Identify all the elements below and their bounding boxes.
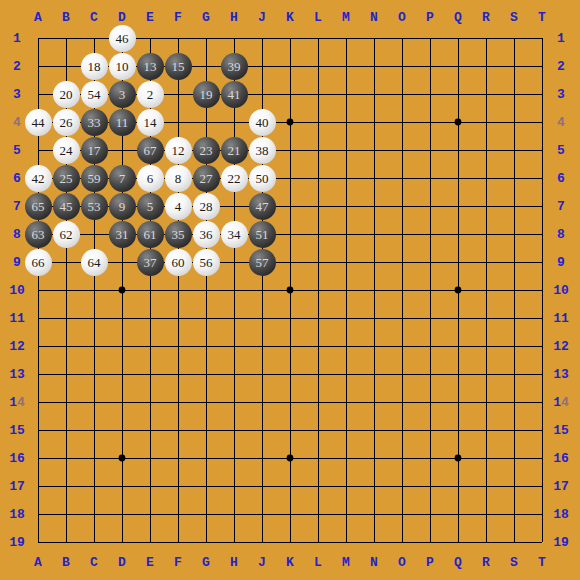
column-label-bottom-S: S <box>510 555 518 570</box>
coord-char: 1 <box>553 283 561 298</box>
stone-E6: 6 <box>137 165 164 192</box>
coord-char: K <box>286 555 294 570</box>
column-label-top-K: K <box>286 10 294 25</box>
coord-char: 3 <box>17 367 25 382</box>
column-label-top-G: G <box>202 10 210 25</box>
coord-char: 0 <box>561 283 569 298</box>
coord-char: L <box>314 555 322 570</box>
star-point <box>455 119 462 126</box>
column-label-top-Q: Q <box>454 10 462 25</box>
coord-char: 6 <box>561 451 569 466</box>
coord-char: 5 <box>13 143 21 158</box>
coord-char: F <box>174 10 182 25</box>
coord-char: 3 <box>13 87 21 102</box>
column-label-bottom-A: A <box>34 555 42 570</box>
column-label-top-B: B <box>62 10 70 25</box>
star-point <box>455 287 462 294</box>
stone-A7: 65 <box>25 193 52 220</box>
stone-C7: 53 <box>81 193 108 220</box>
coord-char: H <box>230 10 238 25</box>
row-label-right-11: 11 <box>553 311 569 326</box>
stone-E5: 67 <box>137 137 164 164</box>
coord-char: 1 <box>9 395 17 410</box>
row-label-left-4: 4 <box>13 115 21 130</box>
star-point <box>287 119 294 126</box>
coord-char: 7 <box>13 199 21 214</box>
stone-B8: 62 <box>53 221 80 248</box>
column-label-top-R: R <box>482 10 490 25</box>
column-label-top-L: L <box>314 10 322 25</box>
column-label-top-T: T <box>538 10 546 25</box>
column-label-top-C: C <box>90 10 98 25</box>
stone-G6: 27 <box>193 165 220 192</box>
coord-char: 9 <box>561 535 569 550</box>
coord-char: D <box>118 10 126 25</box>
row-label-right-2: 2 <box>557 59 565 74</box>
coord-char: 7 <box>557 199 565 214</box>
coord-char: O <box>398 555 406 570</box>
star-point <box>119 455 126 462</box>
stone-E3: 2 <box>137 81 164 108</box>
column-label-bottom-O: O <box>398 555 406 570</box>
stone-E9: 37 <box>137 249 164 276</box>
row-label-left-2: 2 <box>13 59 21 74</box>
row-label-right-14: 14 <box>553 395 569 410</box>
stone-J4: 40 <box>249 109 276 136</box>
column-label-bottom-D: D <box>118 555 126 570</box>
stone-B3: 20 <box>53 81 80 108</box>
coord-char: 0 <box>17 283 25 298</box>
coord-char: 8 <box>17 507 25 522</box>
coord-char: 2 <box>13 59 21 74</box>
coord-char: C <box>90 10 98 25</box>
coord-char: 1 <box>9 535 17 550</box>
row-label-left-15: 15 <box>9 423 25 438</box>
coord-char: 7 <box>17 479 25 494</box>
stone-C3: 54 <box>81 81 108 108</box>
stone-J7: 47 <box>249 193 276 220</box>
coord-char: J <box>258 10 266 25</box>
column-label-bottom-F: F <box>174 555 182 570</box>
coord-char: 1 <box>553 423 561 438</box>
row-label-left-13: 13 <box>9 367 25 382</box>
coord-char: 1 <box>13 31 21 46</box>
stone-A6: 42 <box>25 165 52 192</box>
coord-char: 1 <box>553 339 561 354</box>
coord-char: 4 <box>17 395 25 410</box>
coord-char: G <box>202 555 210 570</box>
stone-B6: 25 <box>53 165 80 192</box>
stone-C4: 33 <box>81 109 108 136</box>
coord-char: M <box>342 10 350 25</box>
row-label-right-17: 17 <box>553 479 569 494</box>
column-label-top-A: A <box>34 10 42 25</box>
stone-D8: 31 <box>109 221 136 248</box>
coord-char: 1 <box>9 367 17 382</box>
coord-char: G <box>202 10 210 25</box>
star-point <box>287 455 294 462</box>
row-label-right-18: 18 <box>553 507 569 522</box>
coord-char: 8 <box>13 227 21 242</box>
column-label-bottom-G: G <box>202 555 210 570</box>
coord-char: B <box>62 10 70 25</box>
stone-E8: 61 <box>137 221 164 248</box>
stone-D7: 9 <box>109 193 136 220</box>
column-label-top-D: D <box>118 10 126 25</box>
stone-D3: 3 <box>109 81 136 108</box>
column-label-top-N: N <box>370 10 378 25</box>
coord-char: 1 <box>553 479 561 494</box>
coord-char: 1 <box>9 507 17 522</box>
coord-char: 1 <box>553 451 561 466</box>
coord-char: 5 <box>557 143 565 158</box>
coord-char: Q <box>454 10 462 25</box>
coord-char: 3 <box>557 87 565 102</box>
stone-F5: 12 <box>165 137 192 164</box>
coord-char: 1 <box>9 479 17 494</box>
row-label-left-7: 7 <box>13 199 21 214</box>
stone-D6: 7 <box>109 165 136 192</box>
coord-char: 1 <box>9 283 17 298</box>
coord-char: E <box>146 555 154 570</box>
coord-char: 1 <box>9 339 17 354</box>
coord-char: R <box>482 555 490 570</box>
column-label-bottom-N: N <box>370 555 378 570</box>
coord-char: 1 <box>557 31 565 46</box>
stone-A4: 44 <box>25 109 52 136</box>
column-label-top-M: M <box>342 10 350 25</box>
coord-char: F <box>174 555 182 570</box>
coord-char: S <box>510 10 518 25</box>
coord-char: K <box>286 10 294 25</box>
column-label-bottom-H: H <box>230 555 238 570</box>
stone-E4: 14 <box>137 109 164 136</box>
row-label-left-8: 8 <box>13 227 21 242</box>
coord-char: 5 <box>561 423 569 438</box>
coord-char: 1 <box>553 311 561 326</box>
stone-J9: 57 <box>249 249 276 276</box>
coord-char: 1 <box>553 535 561 550</box>
column-label-bottom-E: E <box>146 555 154 570</box>
column-label-top-S: S <box>510 10 518 25</box>
row-label-left-16: 16 <box>9 451 25 466</box>
stone-J5: 38 <box>249 137 276 164</box>
stone-C2: 18 <box>81 53 108 80</box>
coord-char: L <box>314 10 322 25</box>
row-label-left-14: 14 <box>9 395 25 410</box>
coord-char: D <box>118 555 126 570</box>
row-label-left-6: 6 <box>13 171 21 186</box>
coord-char: 1 <box>9 451 17 466</box>
stone-G7: 28 <box>193 193 220 220</box>
star-point <box>455 455 462 462</box>
column-label-bottom-C: C <box>90 555 98 570</box>
column-label-top-H: H <box>230 10 238 25</box>
row-label-right-1: 1 <box>557 31 565 46</box>
coord-char: 1 <box>553 395 561 410</box>
row-label-left-5: 5 <box>13 143 21 158</box>
stone-F2: 15 <box>165 53 192 80</box>
column-label-bottom-K: K <box>286 555 294 570</box>
coord-char: T <box>538 555 546 570</box>
stone-H8: 34 <box>221 221 248 248</box>
coord-char: 4 <box>561 395 569 410</box>
column-label-top-E: E <box>146 10 154 25</box>
coord-char: A <box>34 10 42 25</box>
column-label-bottom-J: J <box>258 555 266 570</box>
coord-char: 9 <box>557 255 565 270</box>
coord-char: 9 <box>13 255 21 270</box>
coord-char: 1 <box>561 311 569 326</box>
row-label-left-3: 3 <box>13 87 21 102</box>
row-label-left-17: 17 <box>9 479 25 494</box>
stone-B5: 24 <box>53 137 80 164</box>
coord-char: O <box>398 10 406 25</box>
stone-D2: 10 <box>109 53 136 80</box>
coord-char: 6 <box>13 171 21 186</box>
row-label-left-19: 19 <box>9 535 25 550</box>
row-label-right-8: 8 <box>557 227 565 242</box>
row-label-right-6: 6 <box>557 171 565 186</box>
coord-char: 2 <box>557 59 565 74</box>
column-label-top-O: O <box>398 10 406 25</box>
stone-B4: 26 <box>53 109 80 136</box>
row-label-left-1: 1 <box>13 31 21 46</box>
stone-C6: 59 <box>81 165 108 192</box>
column-label-top-P: P <box>426 10 434 25</box>
coord-char: 8 <box>557 227 565 242</box>
row-label-right-12: 12 <box>553 339 569 354</box>
stone-D4: 11 <box>109 109 136 136</box>
coord-char: 4 <box>557 115 565 130</box>
stone-G8: 36 <box>193 221 220 248</box>
coord-char: E <box>146 10 154 25</box>
row-label-left-12: 12 <box>9 339 25 354</box>
column-label-bottom-P: P <box>426 555 434 570</box>
stone-J6: 50 <box>249 165 276 192</box>
column-label-top-J: J <box>258 10 266 25</box>
row-label-right-15: 15 <box>553 423 569 438</box>
stone-E2: 13 <box>137 53 164 80</box>
stone-C5: 17 <box>81 137 108 164</box>
coord-char: 9 <box>17 535 25 550</box>
row-label-right-5: 5 <box>557 143 565 158</box>
coord-char: A <box>34 555 42 570</box>
column-label-bottom-Q: Q <box>454 555 462 570</box>
stone-A8: 63 <box>25 221 52 248</box>
coord-char: P <box>426 10 434 25</box>
coord-char: 8 <box>561 507 569 522</box>
stone-F8: 35 <box>165 221 192 248</box>
row-label-left-10: 10 <box>9 283 25 298</box>
row-label-right-19: 19 <box>553 535 569 550</box>
coord-char: N <box>370 10 378 25</box>
coord-char: C <box>90 555 98 570</box>
stone-D1: 46 <box>109 25 136 52</box>
coord-char: R <box>482 10 490 25</box>
row-label-right-3: 3 <box>557 87 565 102</box>
coord-char: 2 <box>17 339 25 354</box>
column-label-bottom-M: M <box>342 555 350 570</box>
stone-H3: 41 <box>221 81 248 108</box>
column-label-bottom-T: T <box>538 555 546 570</box>
coord-char: 1 <box>9 311 17 326</box>
coord-char: 1 <box>17 311 25 326</box>
coord-char: 4 <box>13 115 21 130</box>
row-label-right-10: 10 <box>553 283 569 298</box>
row-label-right-7: 7 <box>557 199 565 214</box>
coord-char: 5 <box>17 423 25 438</box>
row-label-right-16: 16 <box>553 451 569 466</box>
stone-G3: 19 <box>193 81 220 108</box>
column-label-top-F: F <box>174 10 182 25</box>
star-point <box>119 287 126 294</box>
row-label-left-11: 11 <box>9 311 25 326</box>
coord-char: 2 <box>561 339 569 354</box>
coord-char: H <box>230 555 238 570</box>
row-label-right-9: 9 <box>557 255 565 270</box>
stone-F9: 60 <box>165 249 192 276</box>
coord-char: T <box>538 10 546 25</box>
star-point <box>287 287 294 294</box>
coord-char: S <box>510 555 518 570</box>
coord-char: 1 <box>9 423 17 438</box>
go-board: AABBCCDDEEFFGGHHJJKKLLMMNNOOPPQQRRSSTT11… <box>0 0 580 580</box>
coord-char: 1 <box>553 367 561 382</box>
stone-C9: 64 <box>81 249 108 276</box>
stone-H5: 21 <box>221 137 248 164</box>
stone-J8: 51 <box>249 221 276 248</box>
column-label-bottom-L: L <box>314 555 322 570</box>
stone-H6: 22 <box>221 165 248 192</box>
stone-G5: 23 <box>193 137 220 164</box>
stone-F7: 4 <box>165 193 192 220</box>
coord-char: 6 <box>557 171 565 186</box>
coord-char: 6 <box>17 451 25 466</box>
stone-A9: 66 <box>25 249 52 276</box>
coord-char: 3 <box>561 367 569 382</box>
coord-char: J <box>258 555 266 570</box>
coord-char: M <box>342 555 350 570</box>
row-label-left-18: 18 <box>9 507 25 522</box>
stone-E7: 5 <box>137 193 164 220</box>
row-label-left-9: 9 <box>13 255 21 270</box>
stone-G9: 56 <box>193 249 220 276</box>
stone-B7: 45 <box>53 193 80 220</box>
coord-char: B <box>62 555 70 570</box>
coord-char: Q <box>454 555 462 570</box>
column-label-bottom-B: B <box>62 555 70 570</box>
row-label-right-4: 4 <box>557 115 565 130</box>
coord-char: P <box>426 555 434 570</box>
coord-char: 7 <box>561 479 569 494</box>
stone-F6: 8 <box>165 165 192 192</box>
coord-char: 1 <box>553 507 561 522</box>
row-label-right-13: 13 <box>553 367 569 382</box>
coord-char: N <box>370 555 378 570</box>
column-label-bottom-R: R <box>482 555 490 570</box>
stone-H2: 39 <box>221 53 248 80</box>
